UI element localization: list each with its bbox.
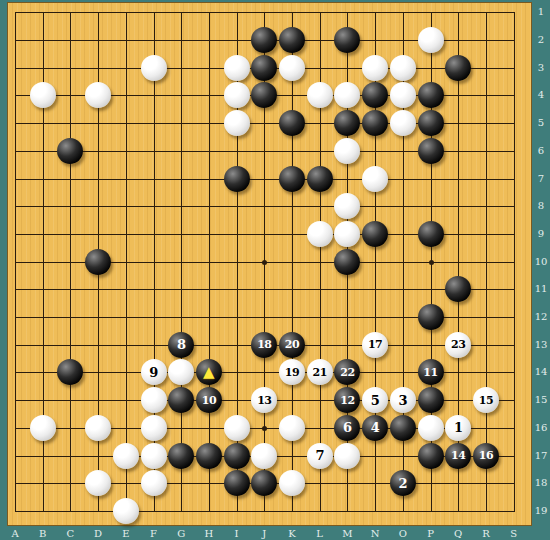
- move-number: 1: [454, 421, 463, 434]
- move-number: 22: [340, 367, 354, 378]
- move-number: 15: [479, 395, 493, 406]
- stone-white-l17[interactable]: 7: [307, 443, 333, 469]
- stone-black-j13[interactable]: 18: [251, 332, 277, 358]
- column-label-h: H: [202, 528, 216, 539]
- stone-black-n16[interactable]: 4: [362, 415, 388, 441]
- stone-black-i7[interactable]: [224, 166, 250, 192]
- row-label-5: 5: [533, 117, 549, 128]
- move-number: 16: [479, 450, 493, 461]
- stone-white-d16[interactable]: [85, 415, 111, 441]
- stone-white-l14[interactable]: 21: [307, 359, 333, 385]
- stone-black-p14[interactable]: 11: [418, 359, 444, 385]
- move-number: 3: [399, 394, 408, 407]
- stone-white-q16[interactable]: 1: [445, 415, 471, 441]
- stone-black-c6[interactable]: [57, 138, 83, 164]
- row-label-3: 3: [533, 62, 549, 73]
- column-label-k: K: [285, 528, 299, 539]
- move-number: 19: [285, 367, 299, 378]
- column-label-s: S: [507, 528, 521, 539]
- stone-white-i4[interactable]: [224, 82, 250, 108]
- move-number: 20: [285, 339, 299, 350]
- row-label-13: 13: [533, 339, 549, 350]
- column-label-d: D: [91, 528, 105, 539]
- stone-white-b4[interactable]: [30, 82, 56, 108]
- stone-white-b16[interactable]: [30, 415, 56, 441]
- move-number: 10: [202, 395, 216, 406]
- stone-white-i5[interactable]: [224, 110, 250, 136]
- stone-black-r17[interactable]: 16: [473, 443, 499, 469]
- grid-line-h: [15, 289, 515, 290]
- row-label-17: 17: [533, 450, 549, 461]
- column-label-c: C: [63, 528, 77, 539]
- stone-black-q3[interactable]: [445, 55, 471, 81]
- stone-black-p12[interactable]: [418, 304, 444, 330]
- stone-black-p15[interactable]: [418, 387, 444, 413]
- row-label-2: 2: [533, 34, 549, 45]
- star-point: [429, 260, 434, 265]
- stone-black-p17[interactable]: [418, 443, 444, 469]
- star-point: [262, 260, 267, 265]
- move-number: 21: [313, 367, 327, 378]
- column-label-o: O: [396, 528, 410, 539]
- row-label-9: 9: [533, 228, 549, 239]
- row-label-14: 14: [533, 366, 549, 377]
- stone-white-o15[interactable]: 3: [390, 387, 416, 413]
- stone-black-o18[interactable]: 2: [390, 470, 416, 496]
- stone-white-i16[interactable]: [224, 415, 250, 441]
- stone-black-k13[interactable]: 20: [279, 332, 305, 358]
- stone-white-p2[interactable]: [418, 27, 444, 53]
- stone-black-n9[interactable]: [362, 221, 388, 247]
- stone-black-o16[interactable]: [390, 415, 416, 441]
- stone-white-k3[interactable]: [279, 55, 305, 81]
- column-label-e: E: [119, 528, 133, 539]
- move-number: 5: [371, 394, 380, 407]
- stone-black-d10[interactable]: [85, 249, 111, 275]
- stone-white-n15[interactable]: 5: [362, 387, 388, 413]
- move-number: 6: [343, 421, 352, 434]
- stone-black-h15[interactable]: 10: [196, 387, 222, 413]
- stone-black-l7[interactable]: [307, 166, 333, 192]
- stone-black-g13[interactable]: 8: [168, 332, 194, 358]
- column-label-l: L: [313, 528, 327, 539]
- row-label-1: 1: [533, 6, 549, 17]
- stone-black-j3[interactable]: [251, 55, 277, 81]
- move-number: 4: [371, 421, 380, 434]
- stone-black-g17[interactable]: [168, 443, 194, 469]
- stone-black-m10[interactable]: [334, 249, 360, 275]
- row-label-6: 6: [533, 145, 549, 156]
- row-label-16: 16: [533, 422, 549, 433]
- stone-black-k7[interactable]: [279, 166, 305, 192]
- stone-white-m6[interactable]: [334, 138, 360, 164]
- stone-black-h17[interactable]: [196, 443, 222, 469]
- grid-line-h: [15, 511, 515, 512]
- move-number: 11: [423, 367, 437, 378]
- last-move-triangle-marker: ▲: [203, 365, 215, 380]
- row-label-7: 7: [533, 173, 549, 184]
- stone-white-i3[interactable]: [224, 55, 250, 81]
- stone-white-o5[interactable]: [390, 110, 416, 136]
- stone-white-n7[interactable]: [362, 166, 388, 192]
- move-number: 18: [257, 339, 271, 350]
- stone-white-f17[interactable]: [141, 443, 167, 469]
- stone-black-n5[interactable]: [362, 110, 388, 136]
- stone-white-f18[interactable]: [141, 470, 167, 496]
- column-label-g: G: [174, 528, 188, 539]
- stone-black-p9[interactable]: [418, 221, 444, 247]
- row-label-10: 10: [533, 256, 549, 267]
- move-number: 9: [149, 366, 158, 379]
- stone-white-l4[interactable]: [307, 82, 333, 108]
- stone-black-m16[interactable]: 6: [334, 415, 360, 441]
- column-label-r: R: [479, 528, 493, 539]
- stone-black-p4[interactable]: [418, 82, 444, 108]
- row-label-15: 15: [533, 394, 549, 405]
- stone-white-f16[interactable]: [141, 415, 167, 441]
- stone-white-e19[interactable]: [113, 498, 139, 524]
- move-number: 23: [451, 339, 465, 350]
- stone-white-l9[interactable]: [307, 221, 333, 247]
- column-label-f: F: [147, 528, 161, 539]
- stone-black-k2[interactable]: [279, 27, 305, 53]
- column-label-q: Q: [451, 528, 465, 539]
- column-label-m: M: [340, 528, 354, 539]
- column-label-b: B: [36, 528, 50, 539]
- stone-black-i18[interactable]: [224, 470, 250, 496]
- stone-white-f14[interactable]: 9: [141, 359, 167, 385]
- row-label-18: 18: [533, 477, 549, 488]
- stone-white-f15[interactable]: [141, 387, 167, 413]
- stone-white-n3[interactable]: [362, 55, 388, 81]
- stone-white-o4[interactable]: [390, 82, 416, 108]
- row-label-19: 19: [533, 505, 549, 516]
- column-label-p: P: [424, 528, 438, 539]
- column-label-j: J: [257, 528, 271, 539]
- stone-white-q13[interactable]: 23: [445, 332, 471, 358]
- stone-white-k16[interactable]: [279, 415, 305, 441]
- move-number: 8: [177, 338, 186, 351]
- move-number: 7: [315, 449, 324, 462]
- stone-white-o3[interactable]: [390, 55, 416, 81]
- move-number: 14: [451, 450, 465, 461]
- stone-white-f3[interactable]: [141, 55, 167, 81]
- column-label-a: A: [8, 528, 22, 539]
- move-number: 17: [368, 339, 382, 350]
- stone-white-k18[interactable]: [279, 470, 305, 496]
- stone-white-n13[interactable]: 17: [362, 332, 388, 358]
- column-label-n: N: [368, 528, 382, 539]
- go-board-app: 8182017239▲192122111013125315641714162AB…: [0, 0, 550, 540]
- stone-black-p6[interactable]: [418, 138, 444, 164]
- stone-white-j17[interactable]: [251, 443, 277, 469]
- column-label-i: I: [230, 528, 244, 539]
- row-label-8: 8: [533, 200, 549, 211]
- stone-white-p16[interactable]: [418, 415, 444, 441]
- stone-white-r15[interactable]: 15: [473, 387, 499, 413]
- move-number: 2: [399, 477, 408, 490]
- stone-white-e17[interactable]: [113, 443, 139, 469]
- move-number: 13: [257, 395, 271, 406]
- stone-black-p5[interactable]: [418, 110, 444, 136]
- stone-black-k5[interactable]: [279, 110, 305, 136]
- grid-line-v: [486, 12, 487, 512]
- stone-black-q17[interactable]: 14: [445, 443, 471, 469]
- row-label-4: 4: [533, 89, 549, 100]
- row-label-11: 11: [533, 283, 549, 294]
- row-label-12: 12: [533, 311, 549, 322]
- grid-line-v: [514, 12, 515, 512]
- move-number: 12: [340, 395, 354, 406]
- stone-black-i17[interactable]: [224, 443, 250, 469]
- stone-white-m17[interactable]: [334, 443, 360, 469]
